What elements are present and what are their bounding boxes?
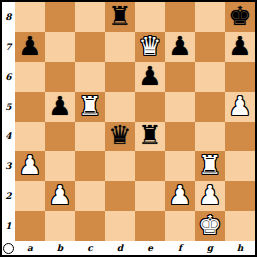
white-pawn-h5[interactable]: ♟ — [228, 93, 251, 119]
square-f3[interactable] — [165, 151, 195, 181]
rank-label-7: 7 — [2, 32, 15, 62]
square-c8[interactable] — [75, 2, 105, 32]
rank-label-3: 3 — [2, 151, 15, 181]
rank-label-4: 4 — [2, 122, 15, 152]
square-h1[interactable] — [225, 211, 255, 241]
file-label-a: a — [15, 241, 45, 255]
square-f2[interactable]: ♟ — [165, 181, 195, 211]
square-d5[interactable] — [105, 92, 135, 122]
square-d7[interactable] — [105, 32, 135, 62]
square-g7[interactable] — [195, 32, 225, 62]
square-g4[interactable] — [195, 122, 225, 152]
square-a6[interactable] — [15, 62, 45, 92]
square-a3[interactable]: ♟ — [15, 151, 45, 181]
square-g8[interactable] — [195, 2, 225, 32]
chess-diagram: ♜♚♟♛♟♟♟♟♜♟♛♜♟♜♟♟♟♚ 87654321 abcdefgh — [0, 0, 257, 257]
indicator-corner — [2, 241, 15, 255]
square-c2[interactable] — [75, 181, 105, 211]
square-c5[interactable]: ♜ — [75, 92, 105, 122]
file-label-h: h — [225, 241, 255, 255]
square-g1[interactable]: ♚ — [195, 211, 225, 241]
rank-label-8: 8 — [2, 2, 15, 32]
square-h5[interactable]: ♟ — [225, 92, 255, 122]
square-g3[interactable]: ♜ — [195, 151, 225, 181]
white-rook-c5[interactable]: ♜ — [78, 93, 101, 119]
chess-board: ♜♚♟♛♟♟♟♟♜♟♛♜♟♜♟♟♟♚ — [15, 2, 255, 241]
square-f4[interactable] — [165, 122, 195, 152]
black-rook-d8[interactable]: ♜ — [108, 3, 131, 29]
square-c4[interactable] — [75, 122, 105, 152]
black-queen-d4[interactable]: ♛ — [108, 122, 131, 148]
square-d2[interactable] — [105, 181, 135, 211]
white-pawn-a3[interactable]: ♟ — [18, 152, 41, 178]
square-e2[interactable] — [135, 181, 165, 211]
square-e8[interactable] — [135, 2, 165, 32]
file-label-e: e — [135, 241, 165, 255]
black-pawn-h7[interactable]: ♟ — [228, 33, 251, 59]
rank-label-1: 1 — [2, 211, 15, 241]
square-e4[interactable]: ♜ — [135, 122, 165, 152]
black-king-h8[interactable]: ♚ — [228, 3, 251, 29]
square-b8[interactable] — [45, 2, 75, 32]
rank-label-2: 2 — [2, 181, 15, 211]
square-d6[interactable] — [105, 62, 135, 92]
square-h7[interactable]: ♟ — [225, 32, 255, 62]
black-pawn-f7[interactable]: ♟ — [168, 33, 191, 59]
file-label-f: f — [165, 241, 195, 255]
square-f7[interactable]: ♟ — [165, 32, 195, 62]
square-c1[interactable] — [75, 211, 105, 241]
file-labels: abcdefgh — [15, 241, 255, 255]
square-e1[interactable] — [135, 211, 165, 241]
white-pawn-b2[interactable]: ♟ — [48, 182, 71, 208]
black-pawn-a7[interactable]: ♟ — [18, 33, 41, 59]
square-f8[interactable] — [165, 2, 195, 32]
square-g5[interactable] — [195, 92, 225, 122]
white-pawn-f2[interactable]: ♟ — [168, 182, 191, 208]
white-king-g1[interactable]: ♚ — [198, 212, 221, 238]
square-h4[interactable] — [225, 122, 255, 152]
square-c6[interactable] — [75, 62, 105, 92]
file-label-b: b — [45, 241, 75, 255]
white-to-move-indicator — [3, 243, 14, 254]
white-rook-g3[interactable]: ♜ — [198, 152, 221, 178]
white-queen-e7[interactable]: ♛ — [138, 33, 161, 59]
file-label-c: c — [75, 241, 105, 255]
black-pawn-e6[interactable]: ♟ — [138, 63, 161, 89]
square-b1[interactable] — [45, 211, 75, 241]
square-b4[interactable] — [45, 122, 75, 152]
square-d4[interactable]: ♛ — [105, 122, 135, 152]
square-f5[interactable] — [165, 92, 195, 122]
white-pawn-g2[interactable]: ♟ — [198, 182, 221, 208]
square-f6[interactable] — [165, 62, 195, 92]
rank-label-6: 6 — [2, 62, 15, 92]
square-a4[interactable] — [15, 122, 45, 152]
square-b7[interactable] — [45, 32, 75, 62]
square-d8[interactable]: ♜ — [105, 2, 135, 32]
square-e6[interactable]: ♟ — [135, 62, 165, 92]
square-a7[interactable]: ♟ — [15, 32, 45, 62]
square-b6[interactable] — [45, 62, 75, 92]
square-a2[interactable] — [15, 181, 45, 211]
square-g2[interactable]: ♟ — [195, 181, 225, 211]
square-g6[interactable] — [195, 62, 225, 92]
rank-labels: 87654321 — [2, 2, 15, 241]
black-rook-e4[interactable]: ♜ — [138, 122, 161, 148]
square-e7[interactable]: ♛ — [135, 32, 165, 62]
square-h3[interactable] — [225, 151, 255, 181]
square-e3[interactable] — [135, 151, 165, 181]
square-e5[interactable] — [135, 92, 165, 122]
square-h6[interactable] — [225, 62, 255, 92]
file-label-g: g — [195, 241, 225, 255]
square-d3[interactable] — [105, 151, 135, 181]
square-c7[interactable] — [75, 32, 105, 62]
square-b2[interactable]: ♟ — [45, 181, 75, 211]
square-f1[interactable] — [165, 211, 195, 241]
square-h2[interactable] — [225, 181, 255, 211]
square-a8[interactable] — [15, 2, 45, 32]
square-d1[interactable] — [105, 211, 135, 241]
square-a1[interactable] — [15, 211, 45, 241]
square-b5[interactable]: ♟ — [45, 92, 75, 122]
file-label-d: d — [105, 241, 135, 255]
square-c3[interactable] — [75, 151, 105, 181]
square-b3[interactable] — [45, 151, 75, 181]
square-a5[interactable] — [15, 92, 45, 122]
rank-label-5: 5 — [2, 92, 15, 122]
black-pawn-b5[interactable]: ♟ — [48, 93, 71, 119]
square-h8[interactable]: ♚ — [225, 2, 255, 32]
